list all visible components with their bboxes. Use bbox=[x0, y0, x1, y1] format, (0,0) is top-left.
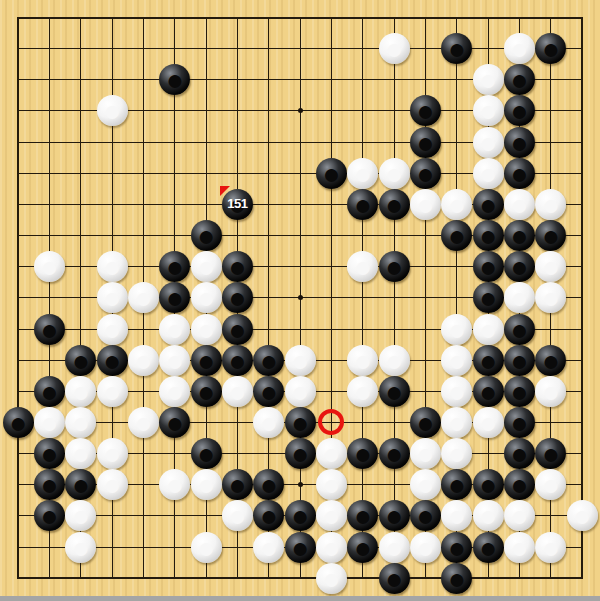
stone-black: ● bbox=[504, 95, 535, 126]
grid-line-horizontal bbox=[17, 577, 583, 579]
stone-white: ● bbox=[535, 469, 566, 500]
stone-black: ● bbox=[222, 314, 253, 345]
stone-white: ● bbox=[65, 500, 96, 531]
stone-white: ● bbox=[535, 282, 566, 313]
grid-line-vertical bbox=[394, 17, 395, 580]
stone-white: ● bbox=[128, 407, 159, 438]
stone-black: ● bbox=[504, 345, 535, 376]
stone-black: ● bbox=[504, 127, 535, 158]
stone-black: ● bbox=[535, 33, 566, 64]
stone-white: ● bbox=[441, 500, 472, 531]
stone-white: ● bbox=[191, 251, 222, 282]
stone-black: ● bbox=[379, 189, 410, 220]
stone-black: ● bbox=[347, 189, 378, 220]
stone-white: ● bbox=[473, 407, 504, 438]
stone-black: ● bbox=[285, 407, 316, 438]
stone-black: ● bbox=[441, 469, 472, 500]
stone-black: ● bbox=[473, 220, 504, 251]
stone-black: ● bbox=[222, 345, 253, 376]
stone-black: ● bbox=[504, 158, 535, 189]
stone-white: ● bbox=[34, 251, 65, 282]
stone-white: ● bbox=[159, 314, 190, 345]
stone-white: ● bbox=[316, 563, 347, 594]
go-board[interactable]: ●●●●●●●●●●●●●●●●●●●●●●●●●●●●●●●●●●●●●●●●… bbox=[0, 0, 600, 596]
stone-white: ● bbox=[441, 438, 472, 469]
stone-black: ● bbox=[535, 438, 566, 469]
stone-black: ● bbox=[441, 220, 472, 251]
last-move-red-triangle-icon bbox=[220, 186, 230, 196]
stone-white: ● bbox=[97, 282, 128, 313]
stone-black: ● bbox=[159, 64, 190, 95]
stone-white: ● bbox=[191, 314, 222, 345]
stone-white: ● bbox=[316, 500, 347, 531]
last-move-number: 151 bbox=[222, 196, 253, 211]
stone-black: ● bbox=[191, 345, 222, 376]
stone-white: ● bbox=[504, 282, 535, 313]
stone-white: ● bbox=[504, 33, 535, 64]
stone-white: ● bbox=[128, 282, 159, 313]
stone-black: ● bbox=[191, 376, 222, 407]
stone-black: ● bbox=[3, 407, 34, 438]
stone-black: ● bbox=[316, 158, 347, 189]
stone-black: ● bbox=[347, 532, 378, 563]
stone-black: ● bbox=[222, 469, 253, 500]
star-point bbox=[298, 108, 303, 113]
stone-black: ● bbox=[347, 438, 378, 469]
stone-white: ● bbox=[97, 251, 128, 282]
stone-white: ● bbox=[567, 500, 598, 531]
stone-white: ● bbox=[379, 345, 410, 376]
stone-white: ● bbox=[347, 345, 378, 376]
stone-white: ● bbox=[316, 469, 347, 500]
stone-black: ● bbox=[535, 345, 566, 376]
bottom-edge-strip bbox=[0, 596, 600, 601]
stone-white: ● bbox=[128, 345, 159, 376]
stone-white: ● bbox=[97, 376, 128, 407]
stone-white: ● bbox=[316, 532, 347, 563]
stone-white: ● bbox=[410, 469, 441, 500]
stone-black: ● bbox=[441, 33, 472, 64]
stone-black: ● bbox=[65, 345, 96, 376]
stone-white: ● bbox=[159, 469, 190, 500]
stone-white: ● bbox=[535, 251, 566, 282]
stone-black: ● bbox=[410, 158, 441, 189]
stone-white: ● bbox=[191, 469, 222, 500]
stone-white: ● bbox=[285, 376, 316, 407]
stone-black: ● bbox=[285, 500, 316, 531]
stone-white: ● bbox=[159, 345, 190, 376]
stone-white: ● bbox=[441, 189, 472, 220]
stone-black: ● bbox=[159, 282, 190, 313]
stone-white: ● bbox=[535, 189, 566, 220]
stone-white: ● bbox=[97, 438, 128, 469]
stone-white: ● bbox=[441, 314, 472, 345]
stone-white: ● bbox=[97, 95, 128, 126]
stone-black: ● bbox=[473, 251, 504, 282]
stone-black: ● bbox=[34, 469, 65, 500]
stone-black: ● bbox=[441, 563, 472, 594]
grid-line-vertical bbox=[362, 17, 363, 580]
stone-black: ● bbox=[504, 376, 535, 407]
stone-white: ● bbox=[473, 314, 504, 345]
stone-black: ● bbox=[504, 64, 535, 95]
stone-black: ● bbox=[191, 220, 222, 251]
stone-white: ● bbox=[253, 532, 284, 563]
stone-white: ● bbox=[34, 407, 65, 438]
stone-black: ● bbox=[347, 500, 378, 531]
stone-black: ● bbox=[34, 500, 65, 531]
stone-white: ● bbox=[441, 345, 472, 376]
stone-black: ● bbox=[410, 407, 441, 438]
stone-white: ● bbox=[473, 95, 504, 126]
stone-black: ● bbox=[473, 282, 504, 313]
stone-black: ● bbox=[191, 438, 222, 469]
stone-black: ● bbox=[504, 469, 535, 500]
stone-white: ● bbox=[379, 532, 410, 563]
stone-black: ● bbox=[34, 314, 65, 345]
stone-black: ● bbox=[473, 532, 504, 563]
stone-white: ● bbox=[347, 251, 378, 282]
stone-black: ● bbox=[379, 500, 410, 531]
stone-white: ● bbox=[410, 532, 441, 563]
stone-black: ● bbox=[253, 500, 284, 531]
stone-white: ● bbox=[347, 158, 378, 189]
stone-black: ● bbox=[159, 407, 190, 438]
stone-white: ● bbox=[65, 438, 96, 469]
stone-black: ● bbox=[410, 95, 441, 126]
stone-black: ● bbox=[504, 407, 535, 438]
stone-white: ● bbox=[65, 376, 96, 407]
stone-black: ● bbox=[379, 376, 410, 407]
stone-black: ● bbox=[441, 532, 472, 563]
stone-black: ● bbox=[535, 220, 566, 251]
stone-white: ● bbox=[222, 500, 253, 531]
stone-white: ● bbox=[379, 158, 410, 189]
stone-white: ● bbox=[441, 376, 472, 407]
stone-white: ● bbox=[473, 64, 504, 95]
stone-white: ● bbox=[535, 532, 566, 563]
stone-black: ● bbox=[473, 189, 504, 220]
stone-black: ● bbox=[222, 282, 253, 313]
stone-black: ● bbox=[504, 220, 535, 251]
stone-black: ● bbox=[34, 376, 65, 407]
stone-black: ● bbox=[504, 314, 535, 345]
stone-black: ● bbox=[473, 469, 504, 500]
grid-line-vertical bbox=[581, 17, 583, 580]
stone-white: ● bbox=[285, 345, 316, 376]
stone-black: ● bbox=[473, 376, 504, 407]
stone-white: ● bbox=[535, 376, 566, 407]
stone-black: ● bbox=[65, 469, 96, 500]
stone-white: ● bbox=[504, 532, 535, 563]
stone-white: ● bbox=[473, 127, 504, 158]
star-point bbox=[298, 295, 303, 300]
stone-black: ● bbox=[253, 345, 284, 376]
stone-white: ● bbox=[347, 376, 378, 407]
stone-white: ● bbox=[159, 376, 190, 407]
stone-black: ● bbox=[504, 438, 535, 469]
stone-black: ● bbox=[410, 127, 441, 158]
stone-white: ● bbox=[379, 33, 410, 64]
stone-black: ● bbox=[473, 345, 504, 376]
stone-black: ● bbox=[504, 251, 535, 282]
stone-black: ● bbox=[253, 469, 284, 500]
stone-black: ● bbox=[410, 500, 441, 531]
stone-black: ● bbox=[97, 345, 128, 376]
red-circle-marker bbox=[318, 409, 344, 435]
stone-black: ● bbox=[253, 376, 284, 407]
star-point bbox=[298, 482, 303, 487]
stone-white: ● bbox=[504, 500, 535, 531]
stone-white: ● bbox=[504, 189, 535, 220]
stone-white: ● bbox=[97, 314, 128, 345]
stone-white: ● bbox=[410, 189, 441, 220]
stone-white: ● bbox=[253, 407, 284, 438]
stone-white: ● bbox=[65, 407, 96, 438]
stone-black: ● bbox=[379, 563, 410, 594]
stone-white: ● bbox=[441, 407, 472, 438]
stone-white: ● bbox=[191, 532, 222, 563]
stone-white: ● bbox=[473, 158, 504, 189]
stone-white: ● bbox=[222, 376, 253, 407]
stone-black: ● bbox=[222, 251, 253, 282]
stone-white: ● bbox=[65, 532, 96, 563]
stone-black: ● bbox=[379, 251, 410, 282]
stone-white: ● bbox=[316, 438, 347, 469]
stone-black: ● bbox=[285, 438, 316, 469]
stone-white: ● bbox=[97, 469, 128, 500]
stone-black: ● bbox=[379, 438, 410, 469]
stone-black: ● bbox=[34, 438, 65, 469]
stone-white: ● bbox=[191, 282, 222, 313]
stone-black: ● bbox=[159, 251, 190, 282]
screenshot: ●●●●●●●●●●●●●●●●●●●●●●●●●●●●●●●●●●●●●●●●… bbox=[0, 0, 600, 601]
stone-white: ● bbox=[473, 500, 504, 531]
stone-white: ● bbox=[410, 438, 441, 469]
stone-black: ● bbox=[285, 532, 316, 563]
